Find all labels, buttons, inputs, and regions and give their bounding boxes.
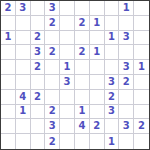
cell-r4c0[interactable] xyxy=(1,60,16,75)
clue-cell-r0c1[interactable]: 3 xyxy=(16,1,31,16)
clue-cell-r0c3[interactable]: 3 xyxy=(45,1,60,16)
cell-r8c7[interactable] xyxy=(105,119,120,134)
clue-cell-r4c2[interactable]: 2 xyxy=(31,60,46,75)
clue-cell-r3c5[interactable]: 2 xyxy=(75,45,90,60)
clue-cell-r5c7[interactable]: 3 xyxy=(105,75,120,90)
clue-cell-r8c9[interactable]: 2 xyxy=(134,119,149,134)
clue-cell-r6c7[interactable]: 2 xyxy=(105,90,120,105)
cell-r1c7[interactable] xyxy=(105,16,120,31)
clue-cell-r2c8[interactable]: 3 xyxy=(119,31,134,46)
cell-r1c4[interactable] xyxy=(60,16,75,31)
cell-r0c2[interactable] xyxy=(31,1,46,16)
cell-r0c6[interactable] xyxy=(90,1,105,16)
cell-r2c3[interactable] xyxy=(45,31,60,46)
cell-r5c1[interactable] xyxy=(16,75,31,90)
cell-r2c1[interactable] xyxy=(16,31,31,46)
cell-r5c9[interactable] xyxy=(134,75,149,90)
clue-cell-r2c2[interactable]: 2 xyxy=(31,31,46,46)
clue-cell-r1c6[interactable]: 1 xyxy=(90,16,105,31)
cell-r7c6[interactable] xyxy=(90,105,105,120)
cell-r2c6[interactable] xyxy=(90,31,105,46)
clue-cell-r3c2[interactable]: 3 xyxy=(31,45,46,60)
clue-cell-r6c1[interactable]: 4 xyxy=(16,90,31,105)
cell-r6c3[interactable] xyxy=(45,90,60,105)
cell-r9c1[interactable] xyxy=(16,134,31,149)
cell-r2c5[interactable] xyxy=(75,31,90,46)
cell-r5c5[interactable] xyxy=(75,75,90,90)
cell-r1c9[interactable] xyxy=(134,16,149,31)
cell-r8c1[interactable] xyxy=(16,119,31,134)
cell-r3c7[interactable] xyxy=(105,45,120,60)
cell-r9c6[interactable] xyxy=(90,134,105,149)
clue-cell-r2c0[interactable]: 1 xyxy=(1,31,16,46)
cell-r5c0[interactable] xyxy=(1,75,16,90)
clue-cell-r8c8[interactable]: 3 xyxy=(119,119,134,134)
cell-r4c7[interactable] xyxy=(105,60,120,75)
clue-cell-r4c9[interactable]: 1 xyxy=(134,60,149,75)
cell-r6c0[interactable] xyxy=(1,90,16,105)
clue-cell-r1c5[interactable]: 2 xyxy=(75,16,90,31)
cell-r6c9[interactable] xyxy=(134,90,149,105)
cell-r3c4[interactable] xyxy=(60,45,75,60)
cell-r5c3[interactable] xyxy=(45,75,60,90)
cell-r6c8[interactable] xyxy=(119,90,134,105)
cell-r1c1[interactable] xyxy=(16,16,31,31)
clue-cell-r1c3[interactable]: 2 xyxy=(45,16,60,31)
cell-r6c5[interactable] xyxy=(75,90,90,105)
clue-cell-r7c3[interactable]: 2 xyxy=(45,105,60,120)
cell-r4c3[interactable] xyxy=(45,60,60,75)
cell-r3c1[interactable] xyxy=(16,45,31,60)
cell-r7c2[interactable] xyxy=(31,105,46,120)
cell-r9c4[interactable] xyxy=(60,134,75,149)
cell-r2c4[interactable] xyxy=(60,31,75,46)
cell-r3c9[interactable] xyxy=(134,45,149,60)
clue-cell-r9c3[interactable]: 2 xyxy=(45,134,60,149)
clue-cell-r0c8[interactable]: 1 xyxy=(119,1,134,16)
cell-r0c9[interactable] xyxy=(134,1,149,16)
cell-r7c4[interactable] xyxy=(60,105,75,120)
cell-r8c2[interactable] xyxy=(31,119,46,134)
cell-r1c8[interactable] xyxy=(119,16,134,31)
cell-r8c4[interactable] xyxy=(60,119,75,134)
cell-r0c4[interactable] xyxy=(60,1,75,16)
cell-r1c2[interactable] xyxy=(31,16,46,31)
cell-r4c6[interactable] xyxy=(90,60,105,75)
clue-cell-r2c7[interactable]: 1 xyxy=(105,31,120,46)
cell-r7c8[interactable] xyxy=(119,105,134,120)
cell-r0c5[interactable] xyxy=(75,1,90,16)
cell-r1c0[interactable] xyxy=(1,16,16,31)
cell-r9c5[interactable] xyxy=(75,134,90,149)
cell-r9c0[interactable] xyxy=(1,134,16,149)
clue-cell-r8c5[interactable]: 4 xyxy=(75,119,90,134)
cell-r0c7[interactable] xyxy=(105,1,120,16)
cell-r9c8[interactable] xyxy=(119,134,134,149)
cell-r7c0[interactable] xyxy=(1,105,16,120)
cell-r9c9[interactable] xyxy=(134,134,149,149)
cell-r9c2[interactable] xyxy=(31,134,46,149)
cell-r5c6[interactable] xyxy=(90,75,105,90)
clue-cell-r4c4[interactable]: 1 xyxy=(60,60,75,75)
cell-r3c8[interactable] xyxy=(119,45,134,60)
clue-cell-r8c6[interactable]: 2 xyxy=(90,119,105,134)
clue-cell-r7c1[interactable]: 1 xyxy=(16,105,31,120)
clue-cell-r5c4[interactable]: 3 xyxy=(60,75,75,90)
clue-cell-r8c3[interactable]: 3 xyxy=(45,119,60,134)
cell-r7c9[interactable] xyxy=(134,105,149,120)
clue-cell-r9c7[interactable]: 1 xyxy=(105,134,120,149)
clue-cell-r3c6[interactable]: 1 xyxy=(90,45,105,60)
clue-cell-r4c8[interactable]: 3 xyxy=(119,60,134,75)
clue-cell-r7c5[interactable]: 1 xyxy=(75,105,90,120)
cell-r6c4[interactable] xyxy=(60,90,75,105)
cell-r6c6[interactable] xyxy=(90,90,105,105)
cell-r3c0[interactable] xyxy=(1,45,16,60)
cell-r4c5[interactable] xyxy=(75,60,90,75)
cell-r4c1[interactable] xyxy=(16,60,31,75)
cell-r8c0[interactable] xyxy=(1,119,16,134)
clue-cell-r3c3[interactable]: 2 xyxy=(45,45,60,60)
cell-r2c9[interactable] xyxy=(134,31,149,46)
clue-cell-r5c8[interactable]: 2 xyxy=(119,75,134,90)
puzzle-board: 233122112133221213133242212133423221 xyxy=(0,0,150,150)
clue-cell-r0c0[interactable]: 2 xyxy=(1,1,16,16)
clue-cell-r7c7[interactable]: 3 xyxy=(105,105,120,120)
clue-cell-r6c2[interactable]: 2 xyxy=(31,90,46,105)
cell-r5c2[interactable] xyxy=(31,75,46,90)
